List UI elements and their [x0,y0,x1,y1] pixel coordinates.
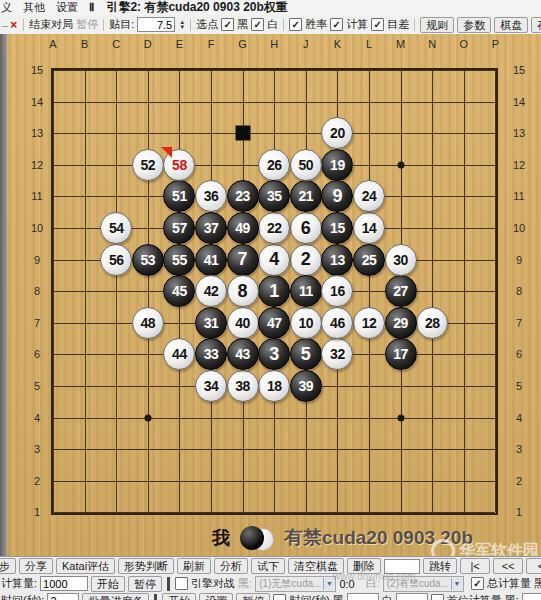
bottom-button-5[interactable]: 刷新 [177,558,211,574]
archive-button[interactable]: 存档 [531,17,541,33]
square-marker [235,126,250,141]
stone-number: 43 [235,346,250,362]
total-calc-label: 总计算量 [487,576,531,591]
board-col-label: J [303,38,309,50]
stone-number: 12 [362,315,377,331]
checkbox-calc[interactable]: ✓ [330,18,343,31]
stone-number: 44 [172,346,187,362]
stone-number: 2 [301,249,311,270]
stone-number: 35 [267,188,282,204]
board-row-label-left: 6 [34,348,40,360]
stone-white-56: 56 [100,244,132,276]
bottom-row-3: 时间(秒):批量进度条开始设置暂停时间(秒) 黑白首位计算量 黑:白:各盘 [0,592,541,600]
stone-number: 27 [393,283,408,299]
stone-white-52: 52 [132,149,164,181]
stone-black-43: 43 [227,338,259,370]
stone-black-37: 37 [195,212,227,244]
stone-number: 19 [330,157,345,173]
nav-button-2[interactable]: << [493,558,523,574]
bottom-row-1: 步分享Katai评估形势判断刷新分析试下清空棋盘删除跳转|<<<<>>>>|手数… [0,557,541,575]
black-engine-dropdown[interactable]: (1)无禁cuda...▼ [255,576,336,592]
stone-white-6: 6 [290,212,322,244]
bottom-button-8[interactable]: 清空棋盘 [288,558,344,574]
board-row-label-left: 1 [34,506,40,518]
top-toolbar: – × 结束对局 暂停 贴目: ▲ ▼ 选点 ✓ 黑 ✓ 白 ✓ 胜率 ✓ 计算… [0,15,541,35]
stone-number: 23 [235,188,250,204]
bottom-button-6[interactable]: 分析 [214,558,248,574]
time-input[interactable] [47,593,79,600]
stone-number: 42 [204,283,219,299]
checkbox-winrate[interactable]: ✓ [289,18,302,31]
stone-number: 32 [330,346,345,362]
board-col-label: D [144,38,152,50]
stone-number: 52 [141,157,156,173]
stone-white-46: 46 [321,307,353,339]
stone-number: 30 [393,252,408,268]
board-row-label-right: 12 [513,159,525,171]
menu-item-settings[interactable]: 设置 [56,0,78,15]
time-label: 时间(秒): [1,593,44,600]
separator [414,19,415,31]
stone-number: 22 [267,220,282,236]
star-point [397,414,404,421]
stone-white-16: 16 [321,275,353,307]
engine-name-caption: 有禁cuda20 0903 20b [284,525,473,551]
stone-number: 3 [269,344,279,365]
separator [190,19,191,31]
stone-black-33: 33 [195,338,227,370]
stone-white-4: 4 [258,244,290,276]
calc-label: 计算 [346,17,368,32]
stone-black-49: 49 [227,212,259,244]
stone-number: 29 [393,315,408,331]
stone-number: 48 [141,315,156,331]
settings-button[interactable]: 设置 [199,593,233,600]
battle-score: 0:0 [339,578,354,590]
stone-white-42: 42 [195,275,227,307]
board-row-label-left: 9 [34,254,40,266]
stone-number: 33 [204,346,219,362]
battle-white-label: 白: [366,576,380,591]
board-col-label: H [270,38,278,50]
stone-white-32: 32 [321,338,353,370]
stone-white-8: 8 [227,275,259,307]
checkbox-time[interactable] [273,594,286,600]
separator [23,19,24,31]
stone-black-11: 11 [290,275,322,307]
board-col-label: N [428,38,436,50]
batch-progress-button[interactable]: 批量进度条 [82,593,149,600]
time-black-input[interactable] [347,593,379,600]
bottom-button-9[interactable]: 删除 [347,558,381,574]
stone-number: 49 [235,220,250,236]
board-col-label: G [238,38,247,50]
board-row-label-left: 14 [31,96,43,108]
stone-number: 37 [204,220,219,236]
board-row-label-right: 11 [513,190,524,202]
stone-number: 54 [109,220,124,236]
stone-number: 47 [267,315,282,331]
board-row-label-right: 9 [516,254,522,266]
stone-number: 11 [299,283,313,299]
calc-amount-input[interactable] [40,576,88,591]
stone-number: 21 [299,188,314,204]
stone-black-25: 25 [353,244,385,276]
spin-down-icon[interactable]: ▼ [179,25,185,30]
stone-number: 57 [172,220,187,236]
pause-button[interactable]: 暂停 [76,17,98,32]
stone-number: 41 [204,252,219,268]
board-row-label-left: 2 [34,475,40,487]
checkbox-black[interactable]: ✓ [221,18,234,31]
stone-white-14: 14 [353,212,385,244]
board-row-label-right: 1 [516,506,522,518]
stone-black-9: 9 [321,180,353,212]
stone-white-58: 58 [163,149,195,181]
board-row-label-left: 5 [34,380,40,392]
stone-white-48: 48 [132,307,164,339]
board-col-label: K [334,38,341,50]
pause-button-3[interactable]: 暂停 [236,593,270,600]
separator [103,19,104,31]
board-row-label-right: 8 [516,285,522,297]
board-row-label-right: 6 [516,348,522,360]
bottom-toolbar: 步分享Katai评估形势判断刷新分析试下清空棋盘删除跳转|<<<<>>>>|手数… [0,556,541,600]
board-row-label-right: 7 [516,317,522,329]
stone-number: 1 [269,281,279,302]
board-row-label-left: 13 [31,127,43,139]
stone-black-1: 1 [258,275,290,307]
stone-number: 34 [204,378,219,394]
stone-number: 58 [172,157,187,173]
star-point [397,161,404,168]
stone-number: 46 [330,315,345,331]
stone-black-57: 57 [163,212,195,244]
calc-amount-label: 计算量: [1,576,37,591]
bottom-button-2[interactable]: 分享 [19,558,53,574]
board-col-label: E [176,38,183,50]
stone-black-55: 55 [163,244,195,276]
stone-black-7: 7 [227,244,259,276]
total-black-label: 黑: [534,576,541,591]
menu-item-partial[interactable]: 义 [1,0,12,15]
board-col-label: B [81,38,88,50]
params-button[interactable]: 参数 [457,17,491,33]
stone-black-15: 15 [321,212,353,244]
board-col-label: M [396,38,405,50]
board-row-label-left: 4 [34,412,40,424]
stone-black-35: 35 [258,180,290,212]
checkbox-white[interactable]: ✓ [251,18,264,31]
titlebar: 义 其他 设置 Ⅱ 引擎2: 有禁cuda20 0903 20b权重 [0,0,541,15]
stone-black-39: 39 [290,370,322,402]
stone-white-38: 38 [227,370,259,402]
board-row-label-left: 3 [34,443,40,455]
menu-item-other[interactable]: 其他 [23,0,45,15]
battle-black-label: 黑: [238,576,252,591]
pause-icon[interactable]: Ⅱ [89,1,95,14]
stone-number: 55 [172,252,187,268]
go-board[interactable]: ABCDEFGHJKLMNOP1515141413131212111110109… [0,34,541,556]
score-diff-label: 目差 [387,17,409,32]
stone-number: 8 [238,281,248,302]
stone-black-31: 31 [195,307,227,339]
rules-button[interactable]: 规则 [420,17,454,33]
window-edge [0,34,7,556]
komi-label: 贴目: [109,17,134,32]
board-row-label-right: 2 [516,475,522,487]
bottom-button-3[interactable]: Katai评估 [56,558,115,574]
stone-number: 56 [109,252,124,268]
board-col-label: P [492,38,499,50]
stone-number: 9 [332,186,342,207]
stone-white-18: 18 [258,370,290,402]
jump-input[interactable] [384,559,420,574]
stone-number: 50 [299,157,314,173]
select-point-label: 选点 [196,17,218,32]
star-point [144,414,151,421]
checkbox-engine-battle[interactable] [175,577,188,590]
board-row-label-left: 15 [31,64,43,76]
stone-number: 38 [235,378,250,394]
winrate-label: 胜率 [305,17,327,32]
stone-number: 17 [393,346,408,362]
stone-number: 6 [301,218,311,239]
dropdown-arrow-icon[interactable]: ▼ [323,578,334,590]
board-row-label-right: 3 [516,443,522,455]
stone-number: 25 [362,252,377,268]
stone-white-30: 30 [385,244,417,276]
separator [167,577,170,591]
stone-black-29: 29 [385,307,417,339]
stone-white-28: 28 [416,307,448,339]
stone-white-12: 12 [353,307,385,339]
time-black-label: 时间(秒) 黑 [289,593,343,600]
stone-number: 15 [330,220,345,236]
jump-button[interactable]: 跳转 [423,558,457,574]
board-col-label: F [208,38,215,50]
board-row-label-left: 11 [31,190,42,202]
board-button[interactable]: 棋盘 [494,17,528,33]
start-button[interactable]: 开始 [91,576,125,592]
stone-number: 5 [301,344,311,365]
stone-pair-icon [240,526,274,551]
stone-number: 40 [235,315,250,331]
board-col-label: O [460,38,469,50]
stone-number: 10 [299,315,314,331]
stone-black-27: 27 [385,275,417,307]
board-row-label-right: 13 [513,127,525,139]
checkbox-scorediff[interactable]: ✓ [371,18,384,31]
black-label: 黑 [237,17,248,32]
white-engine-dropdown[interactable]: (2)有禁cuda...▼ [383,576,464,592]
bottom-button-4[interactable]: 形势判断 [118,558,174,574]
stone-number: 14 [362,220,377,236]
start-button-3[interactable]: 开始 [162,593,196,600]
board-row-label-left: 8 [34,285,40,297]
board-row-label-right: 5 [516,380,522,392]
board-col-label: C [112,38,120,50]
board-row-label-right: 4 [516,412,522,424]
end-game-button[interactable]: 结束对局 [29,17,73,32]
stone-black-21: 21 [290,180,322,212]
stone-number: 45 [172,283,187,299]
stone-black-41: 41 [195,244,227,276]
stone-number: 4 [269,249,279,270]
board-row-label-left: 10 [31,222,43,234]
komi-spinner[interactable]: ▲ ▼ [179,20,185,30]
bottom-button-7[interactable]: 试下 [251,558,285,574]
stone-black-13: 13 [321,244,353,276]
stone-white-50: 50 [290,149,322,181]
bottom-row-2: 计算量:开始暂停引擎对战黑:(1)无禁cuda...▼0:0白:(2)有禁cud… [0,575,541,592]
stone-white-2: 2 [290,244,322,276]
board-row-label-left: 7 [34,317,40,329]
separator [283,19,284,31]
stone-white-24: 24 [353,180,385,212]
stone-number: 28 [425,315,440,331]
stone-white-34: 34 [195,370,227,402]
stone-white-22: 22 [258,212,290,244]
separator [154,594,157,600]
time-white-label: 白 [382,593,393,600]
board-col-label: A [49,38,56,50]
stone-white-40: 40 [227,307,259,339]
stone-black-3: 3 [258,338,290,370]
stone-white-10: 10 [290,307,322,339]
stone-black-47: 47 [258,307,290,339]
stone-number: 51 [172,188,187,204]
stone-black-45: 45 [163,275,195,307]
last-move-triangle-icon [161,147,172,158]
board-row-label-left: 12 [31,159,43,171]
stone-number: 36 [204,188,219,204]
time-white-input[interactable] [396,593,428,600]
bottom-button-1[interactable]: 步 [0,558,16,574]
stone-black-5: 5 [290,338,322,370]
stone-white-36: 36 [195,180,227,212]
stone-black-51: 51 [163,180,195,212]
stone-number: 13 [330,252,345,268]
stone-black-23: 23 [227,180,259,212]
first-calc-label: 首位计算量 黑: [447,593,519,600]
checkbox-first-calc[interactable] [431,594,444,600]
players-caption: 我 有禁cuda20 0903 20b [212,525,473,551]
stone-number: 31 [204,315,219,331]
nav-button-1[interactable]: |< [460,558,490,574]
me-label: 我 [212,526,230,550]
stone-white-54: 54 [100,212,132,244]
nav-button-3[interactable]: < [526,558,541,574]
stone-number: 20 [330,125,345,141]
minimize-icon[interactable]: – [2,19,8,31]
board-col-label: L [366,38,372,50]
stone-number: 16 [330,283,345,299]
dropdown-arrow-icon[interactable]: ▼ [451,578,462,590]
engine-title: 引擎2: 有禁cuda20 0903 20b权重 [106,0,287,16]
stone-number: 7 [238,249,248,270]
white-label: 白 [267,17,278,32]
stone-black-53: 53 [132,244,164,276]
stone-number: 26 [267,157,282,173]
engine-battle-label: 引擎对战 [191,576,235,591]
stone-number: 18 [267,378,282,394]
stone-black-17: 17 [385,338,417,370]
board-row-label-right: 14 [513,96,525,108]
stone-white-44: 44 [163,338,195,370]
pause-button-2[interactable]: 暂停 [128,576,162,592]
stone-number: 39 [299,378,314,394]
board-row-label-right: 10 [513,222,525,234]
komi-input[interactable] [137,17,175,32]
checkbox-total-calc[interactable]: ✓ [471,577,484,590]
stone-white-20: 20 [321,117,353,149]
close-icon[interactable]: × [10,18,17,32]
board-row-label-right: 15 [513,64,525,76]
first-black-input[interactable] [522,593,541,600]
stone-white-26: 26 [258,149,290,181]
stone-number: 24 [362,188,377,204]
stone-black-19: 19 [321,149,353,181]
stone-number: 53 [141,252,156,268]
